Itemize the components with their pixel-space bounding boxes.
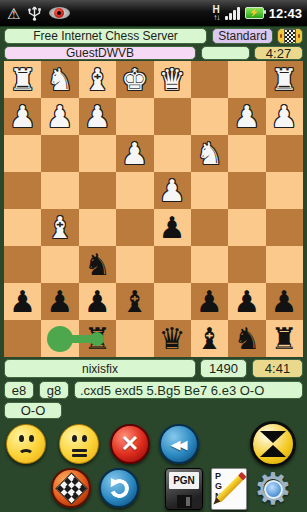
square-g6[interactable] — [41, 246, 78, 283]
top-player-name: GuestDWVB — [4, 46, 196, 60]
bottom-player-rating: 1490 — [200, 359, 247, 378]
piece-a7: ♟ — [266, 283, 303, 320]
refresh-button[interactable] — [99, 468, 139, 508]
hourglass-icon — [260, 431, 286, 443]
square-h4[interactable] — [4, 172, 41, 209]
abort-close-button[interactable]: ✕ — [110, 424, 150, 464]
square-g5[interactable]: ♝ — [41, 209, 78, 246]
square-a7[interactable]: ♟ — [266, 283, 303, 320]
last-move-san: O-O — [4, 402, 62, 419]
square-d4[interactable]: ♟ — [154, 172, 191, 209]
piece-a1: ♜ — [266, 61, 303, 98]
move-from-square[interactable]: e8 — [4, 381, 34, 399]
piece-f1: ♝ — [79, 61, 116, 98]
resign-sad-face-button[interactable] — [6, 424, 46, 464]
square-c3[interactable]: ♞ — [191, 135, 228, 172]
board-select-marker-left — [280, 34, 282, 38]
board-select-marker-right — [298, 34, 300, 38]
piece-d8: ♛ — [154, 320, 191, 357]
warning-icon: ⚠ — [7, 6, 20, 21]
piece-h1: ♜ — [4, 61, 41, 98]
checkerboard-icon — [55, 472, 88, 505]
square-e5[interactable] — [116, 209, 153, 246]
square-b6[interactable] — [228, 246, 265, 283]
piece-c3: ♞ — [191, 135, 228, 172]
piece-e3: ♟ — [116, 135, 153, 172]
square-b8[interactable]: ♞ — [228, 320, 265, 357]
square-b7[interactable]: ♟ — [228, 283, 265, 320]
piece-a8: ♜ — [266, 320, 303, 357]
square-c8[interactable]: ♝ — [191, 320, 228, 357]
square-g4[interactable] — [41, 172, 78, 209]
piece-d4: ♟ — [154, 172, 191, 209]
usb-icon — [28, 6, 41, 21]
square-d5[interactable]: ♟ — [154, 209, 191, 246]
square-g8[interactable]: ♚ — [41, 320, 78, 357]
square-g2[interactable]: ♟ — [41, 98, 78, 135]
piece-g8: ♚ — [41, 320, 78, 357]
square-a4[interactable] — [266, 172, 303, 209]
square-a1[interactable]: ♜ — [266, 61, 303, 98]
square-d1[interactable]: ♛ — [154, 61, 191, 98]
piece-c8: ♝ — [191, 320, 228, 357]
square-f1[interactable]: ♝ — [79, 61, 116, 98]
square-h2[interactable]: ♟ — [4, 98, 41, 135]
square-c2[interactable] — [191, 98, 228, 135]
piece-f7: ♟ — [79, 283, 116, 320]
examine-board-button[interactable] — [51, 468, 91, 508]
mini-board-icon — [284, 29, 296, 44]
square-f4[interactable] — [79, 172, 116, 209]
top-player-rating — [201, 46, 250, 60]
close-icon: ✕ — [121, 431, 139, 457]
piece-b8: ♞ — [228, 320, 265, 357]
square-c6[interactable] — [191, 246, 228, 283]
signal-strength-icon — [225, 7, 240, 20]
square-f6[interactable]: ♞ — [79, 246, 116, 283]
square-f5[interactable] — [79, 209, 116, 246]
square-g7[interactable]: ♟ — [41, 283, 78, 320]
bottom-player-clock: 4:41 — [252, 359, 303, 378]
piece-e1: ♚ — [116, 61, 153, 98]
piece-h2: ♟ — [4, 98, 41, 135]
square-d6[interactable] — [154, 246, 191, 283]
square-a5[interactable] — [266, 209, 303, 246]
square-d2[interactable] — [154, 98, 191, 135]
square-e8[interactable] — [116, 320, 153, 357]
move-to-square[interactable]: g8 — [39, 381, 69, 399]
piece-e7: ♝ — [116, 283, 153, 320]
hspa-network-icon: H ↑↓ — [213, 5, 220, 22]
takeback-rewind-button[interactable]: ◀◀ — [159, 424, 199, 464]
square-f8[interactable]: ♜ — [79, 320, 116, 357]
square-f3[interactable] — [79, 135, 116, 172]
piece-g7: ♟ — [41, 283, 78, 320]
square-c4[interactable] — [191, 172, 228, 209]
piece-d1: ♛ — [154, 61, 191, 98]
flag-hourglass-button[interactable] — [250, 421, 296, 467]
move-history: .cxd5 exd5 5.Bg5 Be7 6.e3 O-O — [74, 381, 303, 399]
draw-neutral-face-button[interactable] — [59, 424, 99, 464]
square-g3[interactable] — [41, 135, 78, 172]
refresh-icon — [107, 476, 131, 500]
eye-icon — [49, 7, 70, 19]
save-pgn-button[interactable]: PGN — [165, 468, 203, 510]
piece-g5: ♝ — [41, 209, 78, 246]
square-d7[interactable] — [154, 283, 191, 320]
square-b2[interactable]: ♟ — [228, 98, 265, 135]
square-e6[interactable] — [116, 246, 153, 283]
square-e2[interactable] — [116, 98, 153, 135]
piece-c7: ♟ — [191, 283, 228, 320]
frown-mouth — [18, 449, 34, 461]
rewind-icon: ◀◀ — [171, 437, 188, 452]
square-b4[interactable] — [228, 172, 265, 209]
piece-b2: ♟ — [228, 98, 265, 135]
square-f7[interactable]: ♟ — [79, 283, 116, 320]
square-a3[interactable] — [266, 135, 303, 172]
piece-d5: ♟ — [154, 209, 191, 246]
battery-charging-icon: ⚡ — [245, 7, 264, 19]
game-type-badge: Standard — [212, 28, 273, 44]
piece-f2: ♟ — [79, 98, 116, 135]
square-e7[interactable]: ♝ — [116, 283, 153, 320]
piece-g2: ♟ — [41, 98, 78, 135]
piece-a2: ♟ — [266, 98, 303, 135]
android-status-bar: ⚠ H ↑↓ ⚡ 12:43 — [0, 0, 307, 27]
square-c5[interactable] — [191, 209, 228, 246]
piece-f8: ♜ — [79, 320, 116, 357]
square-b1[interactable] — [228, 61, 265, 98]
square-f2[interactable]: ♟ — [79, 98, 116, 135]
square-a6[interactable] — [266, 246, 303, 283]
square-h1[interactable]: ♜ — [4, 61, 41, 98]
square-a8[interactable]: ♜ — [266, 320, 303, 357]
settings-button[interactable]: ⚙ — [252, 468, 294, 510]
square-h7[interactable]: ♟ — [4, 283, 41, 320]
edit-pgn-button[interactable]: P G N — [211, 468, 247, 510]
square-d3[interactable] — [154, 135, 191, 172]
square-c7[interactable]: ♟ — [191, 283, 228, 320]
square-e3[interactable]: ♟ — [116, 135, 153, 172]
piece-g1: ♞ — [41, 61, 78, 98]
bottom-player-name: nixisfix — [4, 359, 196, 378]
chess-board[interactable]: ♜♞♝♚♛♜♟♟♟♟♟♟♞♟♝♟♞♟♟♟♝♟♟♟♚♜♛♝♞♜ — [4, 61, 303, 357]
square-e4[interactable] — [116, 172, 153, 209]
square-h5[interactable] — [4, 209, 41, 246]
piece-f6: ♞ — [79, 246, 116, 283]
square-g1[interactable]: ♞ — [41, 61, 78, 98]
server-title: Free Internet Chess Server — [4, 28, 207, 44]
piece-h7: ♟ — [4, 283, 41, 320]
square-a2[interactable]: ♟ — [266, 98, 303, 135]
square-b3[interactable] — [228, 135, 265, 172]
pgn-floppy-label: PGN — [169, 472, 199, 489]
square-d8[interactable]: ♛ — [154, 320, 191, 357]
square-c1[interactable] — [191, 61, 228, 98]
square-h3[interactable] — [4, 135, 41, 172]
piece-b7: ♟ — [228, 283, 265, 320]
top-player-clock: 4:27 — [254, 46, 303, 60]
square-b5[interactable] — [228, 209, 265, 246]
clock-time: 12:43 — [269, 6, 302, 21]
board-select-button[interactable] — [277, 28, 303, 44]
square-h6[interactable] — [4, 246, 41, 283]
square-h8[interactable] — [4, 320, 41, 357]
square-e1[interactable]: ♚ — [116, 61, 153, 98]
